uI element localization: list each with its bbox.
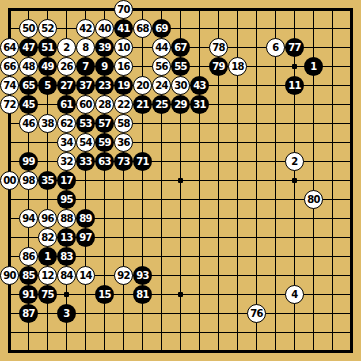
stone-black-65: 65 (19, 76, 38, 95)
stone-black-43: 43 (190, 76, 209, 95)
go-board: 7050524240416869644751283910446778677664… (0, 0, 361, 361)
stone-black-41: 41 (114, 19, 133, 38)
stone-white-90: 90 (0, 266, 19, 285)
stone-black-11: 11 (285, 76, 304, 95)
star-point (292, 178, 297, 183)
stone-white-16: 16 (114, 57, 133, 76)
stone-white-76: 76 (247, 304, 266, 323)
stone-white-84: 84 (57, 266, 76, 285)
stone-black-69: 69 (152, 19, 171, 38)
stone-white-8: 8 (76, 38, 95, 57)
stone-black-51: 51 (38, 38, 57, 57)
stone-white-36: 36 (114, 133, 133, 152)
stone-white-62: 62 (57, 114, 76, 133)
stone-white-22: 22 (114, 95, 133, 114)
star-point (178, 292, 183, 297)
stone-black-49: 49 (38, 57, 57, 76)
stone-black-63: 63 (95, 152, 114, 171)
stone-white-78: 78 (209, 38, 228, 57)
stone-black-19: 19 (114, 76, 133, 95)
board-grid-line-vertical (332, 8, 333, 353)
stone-white-10: 10 (114, 38, 133, 57)
stone-black-1: 1 (38, 247, 57, 266)
stone-white-6: 6 (266, 38, 285, 57)
star-point (64, 292, 69, 297)
board-grid-line-horizontal (8, 332, 353, 333)
stone-black-1: 1 (304, 57, 323, 76)
star-point (292, 64, 297, 69)
stone-white-20: 20 (133, 76, 152, 95)
board-grid-line-vertical (199, 8, 200, 353)
stone-black-9: 9 (95, 57, 114, 76)
stone-black-91: 91 (19, 285, 38, 304)
stone-black-87: 87 (19, 304, 38, 323)
stone-white-32: 32 (57, 152, 76, 171)
stone-black-33: 33 (76, 152, 95, 171)
stone-white-52: 52 (38, 19, 57, 38)
stone-white-98: 98 (19, 171, 38, 190)
stone-black-3: 3 (57, 304, 76, 323)
stone-black-53: 53 (76, 114, 95, 133)
stone-white-64: 64 (0, 38, 19, 57)
stone-black-59: 59 (95, 133, 114, 152)
stone-black-77: 77 (285, 38, 304, 57)
board-grid-line-horizontal (8, 350, 353, 353)
stone-white-74: 74 (0, 76, 19, 95)
stone-black-13: 13 (57, 228, 76, 247)
stone-black-39: 39 (95, 38, 114, 57)
stone-black-57: 57 (95, 114, 114, 133)
stone-black-97: 97 (76, 228, 95, 247)
stone-white-12: 12 (38, 266, 57, 285)
stone-white-4: 4 (285, 285, 304, 304)
stone-black-83: 83 (57, 247, 76, 266)
stone-white-60: 60 (76, 95, 95, 114)
stone-black-21: 21 (133, 95, 152, 114)
stone-white-92: 92 (114, 266, 133, 285)
stone-black-67: 67 (171, 38, 190, 57)
stone-white-80: 80 (304, 190, 323, 209)
stone-black-5: 5 (38, 76, 57, 95)
stone-white-18: 18 (228, 57, 247, 76)
stone-black-85: 85 (19, 266, 38, 285)
stone-black-7: 7 (76, 57, 95, 76)
stone-black-15: 15 (95, 285, 114, 304)
stone-white-70: 70 (114, 0, 133, 19)
stone-black-95: 95 (57, 190, 76, 209)
stone-black-17: 17 (57, 171, 76, 190)
stone-white-2: 2 (57, 38, 76, 57)
stone-white-86: 86 (19, 247, 38, 266)
stone-white-26: 26 (57, 57, 76, 76)
stone-black-71: 71 (133, 152, 152, 171)
stone-black-61: 61 (57, 95, 76, 114)
stone-white-14: 14 (76, 266, 95, 285)
stone-black-35: 35 (38, 171, 57, 190)
stone-white-88: 88 (57, 209, 76, 228)
stone-white-46: 46 (19, 114, 38, 133)
stone-white-72: 72 (0, 95, 19, 114)
stone-black-31: 31 (190, 95, 209, 114)
stone-black-75: 75 (38, 285, 57, 304)
stone-white-54: 54 (76, 133, 95, 152)
stone-white-96: 96 (38, 209, 57, 228)
stone-white-66: 66 (0, 57, 19, 76)
stone-white-00: 00 (0, 171, 19, 190)
stone-white-44: 44 (152, 38, 171, 57)
stone-black-55: 55 (171, 57, 190, 76)
stone-black-25: 25 (152, 95, 171, 114)
stone-black-29: 29 (171, 95, 190, 114)
stone-black-37: 37 (76, 76, 95, 95)
stone-black-73: 73 (114, 152, 133, 171)
stone-white-56: 56 (152, 57, 171, 76)
board-grid-line-vertical (275, 8, 276, 353)
stone-white-58: 58 (114, 114, 133, 133)
stone-black-47: 47 (19, 38, 38, 57)
board-grid-line-vertical (350, 8, 353, 353)
stone-white-82: 82 (38, 228, 57, 247)
stone-white-68: 68 (133, 19, 152, 38)
star-point (178, 178, 183, 183)
stone-black-81: 81 (133, 285, 152, 304)
stone-white-40: 40 (95, 19, 114, 38)
stone-white-48: 48 (19, 57, 38, 76)
stone-black-23: 23 (95, 76, 114, 95)
board-grid-line-vertical (256, 8, 257, 353)
stone-black-27: 27 (57, 76, 76, 95)
stone-white-42: 42 (76, 19, 95, 38)
stone-white-50: 50 (19, 19, 38, 38)
stone-white-38: 38 (38, 114, 57, 133)
stone-white-34: 34 (57, 133, 76, 152)
stone-black-99: 99 (19, 152, 38, 171)
stone-white-24: 24 (152, 76, 171, 95)
stone-white-30: 30 (171, 76, 190, 95)
stone-white-28: 28 (95, 95, 114, 114)
stone-black-89: 89 (76, 209, 95, 228)
stone-white-94: 94 (19, 209, 38, 228)
stone-black-93: 93 (133, 266, 152, 285)
stone-white-2: 2 (285, 152, 304, 171)
stone-black-45: 45 (19, 95, 38, 114)
stone-black-79: 79 (209, 57, 228, 76)
